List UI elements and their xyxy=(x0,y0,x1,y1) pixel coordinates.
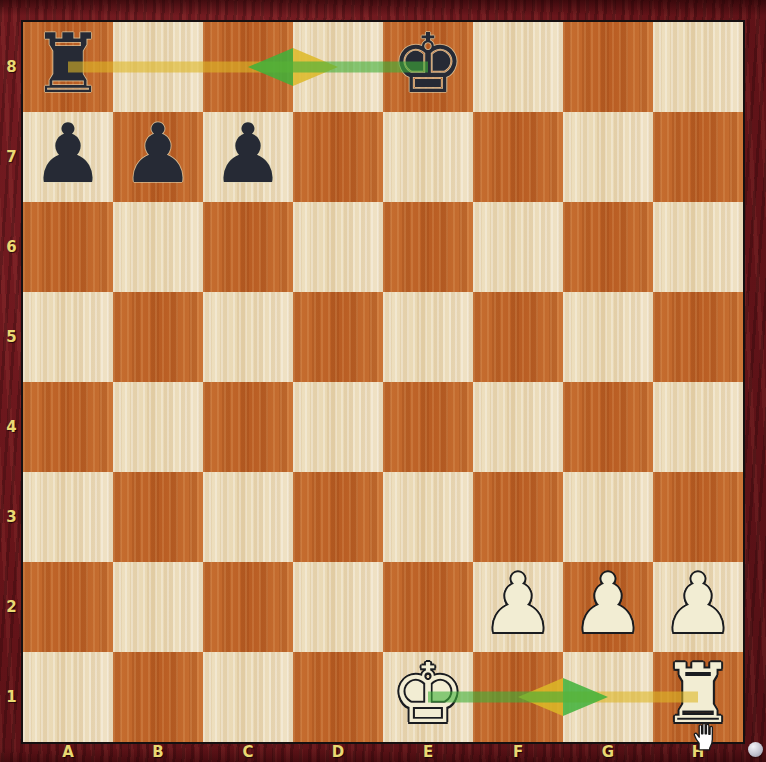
chess-board-window: ♜♚♟♟♟♟♟♟♚♜ 87654321ABCDEFGH xyxy=(0,0,766,762)
square-h3[interactable] xyxy=(653,472,743,562)
square-g7[interactable] xyxy=(563,112,653,202)
square-g5[interactable] xyxy=(563,292,653,382)
square-a3[interactable] xyxy=(23,472,113,562)
square-g1[interactable] xyxy=(563,652,653,742)
square-e6[interactable] xyxy=(383,202,473,292)
rank-label-5: 5 xyxy=(0,328,23,346)
black-pawn-a7[interactable]: ♟ xyxy=(31,113,105,195)
square-e5[interactable] xyxy=(383,292,473,382)
square-a8[interactable]: ♜ xyxy=(23,22,113,112)
square-c1[interactable] xyxy=(203,652,293,742)
black-pawn-b7[interactable]: ♟ xyxy=(121,113,195,195)
file-label-a: A xyxy=(23,743,113,762)
square-h4[interactable] xyxy=(653,382,743,472)
square-d3[interactable] xyxy=(293,472,383,562)
square-e8[interactable]: ♚ xyxy=(383,22,473,112)
square-h2[interactable]: ♟ xyxy=(653,562,743,652)
status-ball xyxy=(748,742,763,757)
square-g4[interactable] xyxy=(563,382,653,472)
square-g8[interactable] xyxy=(563,22,653,112)
square-b5[interactable] xyxy=(113,292,203,382)
square-e7[interactable] xyxy=(383,112,473,202)
square-f6[interactable] xyxy=(473,202,563,292)
file-label-h: H xyxy=(653,743,743,762)
square-b4[interactable] xyxy=(113,382,203,472)
square-f7[interactable] xyxy=(473,112,563,202)
rank-label-1: 1 xyxy=(0,688,23,706)
square-h7[interactable] xyxy=(653,112,743,202)
square-h6[interactable] xyxy=(653,202,743,292)
square-f8[interactable] xyxy=(473,22,563,112)
square-g2[interactable]: ♟ xyxy=(563,562,653,652)
rank-label-4: 4 xyxy=(0,418,23,436)
square-f2[interactable]: ♟ xyxy=(473,562,563,652)
square-c3[interactable] xyxy=(203,472,293,562)
square-d6[interactable] xyxy=(293,202,383,292)
file-label-f: F xyxy=(473,743,563,762)
square-d2[interactable] xyxy=(293,562,383,652)
rank-label-8: 8 xyxy=(0,58,23,76)
square-a6[interactable] xyxy=(23,202,113,292)
rank-label-7: 7 xyxy=(0,148,23,166)
square-e1[interactable]: ♚ xyxy=(383,652,473,742)
square-b8[interactable] xyxy=(113,22,203,112)
rank-label-6: 6 xyxy=(0,238,23,256)
white-pawn-g2[interactable]: ♟ xyxy=(571,563,645,645)
square-b2[interactable] xyxy=(113,562,203,652)
white-king-e1[interactable]: ♚ xyxy=(391,653,465,735)
rank-label-3: 3 xyxy=(0,508,23,526)
square-a1[interactable] xyxy=(23,652,113,742)
square-f4[interactable] xyxy=(473,382,563,472)
square-h1[interactable]: ♜ xyxy=(653,652,743,742)
square-a7[interactable]: ♟ xyxy=(23,112,113,202)
square-h8[interactable] xyxy=(653,22,743,112)
white-pawn-h2[interactable]: ♟ xyxy=(661,563,735,645)
file-label-g: G xyxy=(563,743,653,762)
square-d5[interactable] xyxy=(293,292,383,382)
square-g6[interactable] xyxy=(563,202,653,292)
square-g3[interactable] xyxy=(563,472,653,562)
square-f3[interactable] xyxy=(473,472,563,562)
square-c5[interactable] xyxy=(203,292,293,382)
square-c8[interactable] xyxy=(203,22,293,112)
black-rook-a8[interactable]: ♜ xyxy=(31,23,105,105)
square-f5[interactable] xyxy=(473,292,563,382)
file-label-d: D xyxy=(293,743,383,762)
square-b3[interactable] xyxy=(113,472,203,562)
file-label-b: B xyxy=(113,743,203,762)
square-a2[interactable] xyxy=(23,562,113,652)
square-e3[interactable] xyxy=(383,472,473,562)
square-d4[interactable] xyxy=(293,382,383,472)
square-b7[interactable]: ♟ xyxy=(113,112,203,202)
rank-label-2: 2 xyxy=(0,598,23,616)
square-h5[interactable] xyxy=(653,292,743,382)
black-king-e8[interactable]: ♚ xyxy=(391,23,465,105)
square-b6[interactable] xyxy=(113,202,203,292)
square-c7[interactable]: ♟ xyxy=(203,112,293,202)
square-c6[interactable] xyxy=(203,202,293,292)
square-e2[interactable] xyxy=(383,562,473,652)
square-a4[interactable] xyxy=(23,382,113,472)
file-label-c: C xyxy=(203,743,293,762)
square-d8[interactable] xyxy=(293,22,383,112)
square-e4[interactable] xyxy=(383,382,473,472)
square-b1[interactable] xyxy=(113,652,203,742)
black-pawn-c7[interactable]: ♟ xyxy=(211,113,285,195)
file-label-e: E xyxy=(383,743,473,762)
chess-board: ♜♚♟♟♟♟♟♟♚♜ xyxy=(23,22,743,742)
square-c4[interactable] xyxy=(203,382,293,472)
square-c2[interactable] xyxy=(203,562,293,652)
white-pawn-f2[interactable]: ♟ xyxy=(481,563,555,645)
square-d7[interactable] xyxy=(293,112,383,202)
white-rook-h1[interactable]: ♜ xyxy=(661,653,735,735)
square-f1[interactable] xyxy=(473,652,563,742)
square-a5[interactable] xyxy=(23,292,113,382)
square-d1[interactable] xyxy=(293,652,383,742)
